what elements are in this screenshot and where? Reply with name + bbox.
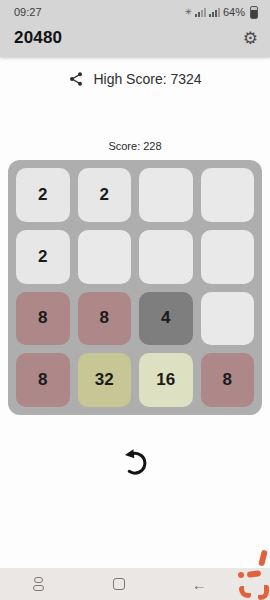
navigation-bar: ← (0, 568, 270, 600)
recents-icon[interactable] (33, 577, 46, 591)
logo-hook2-icon (258, 585, 269, 600)
tile-empty (201, 292, 255, 346)
tile-32: 32 (78, 353, 132, 407)
logo-hook-icon (239, 586, 251, 598)
tile-empty (78, 230, 132, 284)
restart-row (0, 448, 270, 476)
tile-empty (201, 230, 255, 284)
logo-bar-icon (258, 550, 268, 567)
high-score-row: High Score: 7324 (0, 71, 270, 87)
signal-icon-sim1 (195, 7, 206, 18)
signal-icon-sim2 (209, 7, 220, 18)
battery-percent: 64% (223, 6, 245, 18)
clock: 09:27 (14, 6, 42, 18)
wifi-calling-icon: ✳ (184, 7, 192, 17)
tile-empty (139, 230, 193, 284)
board[interactable]: 222884832168 (8, 160, 262, 415)
tile-empty (139, 168, 193, 222)
tile-16: 16 (139, 353, 193, 407)
back-icon[interactable]: ← (192, 577, 207, 592)
tile-8: 8 (201, 353, 255, 407)
tile-2: 2 (78, 168, 132, 222)
settings-gear-icon[interactable]: ⚙ (243, 30, 258, 47)
logo-hbar-icon (247, 570, 262, 578)
phone-screen: { "game": "2048 (app titled 20480)", "po… (0, 0, 270, 600)
tile-4: 4 (139, 292, 193, 346)
tile-8: 8 (16, 292, 70, 346)
tile-2: 2 (16, 168, 70, 222)
app-title: 20480 (14, 28, 62, 48)
tile-empty (201, 168, 255, 222)
app-bar: 20480 ⚙ (0, 20, 270, 54)
header: 09:27 ✳ 64% 20480 ⚙ (0, 0, 270, 57)
status-bar: 09:27 ✳ 64% (0, 0, 270, 20)
battery-icon (250, 6, 258, 19)
floating-app-logo[interactable] (237, 550, 270, 600)
tile-8: 8 (78, 292, 132, 346)
tile-2: 2 (16, 230, 70, 284)
logo-dot-icon (238, 572, 244, 578)
high-score-label: High Score: 7324 (93, 71, 201, 87)
home-icon[interactable] (113, 578, 125, 590)
tile-8: 8 (16, 353, 70, 407)
share-icon[interactable] (68, 71, 84, 87)
restart-icon[interactable] (121, 448, 149, 476)
score-label: Score: 228 (0, 140, 270, 152)
